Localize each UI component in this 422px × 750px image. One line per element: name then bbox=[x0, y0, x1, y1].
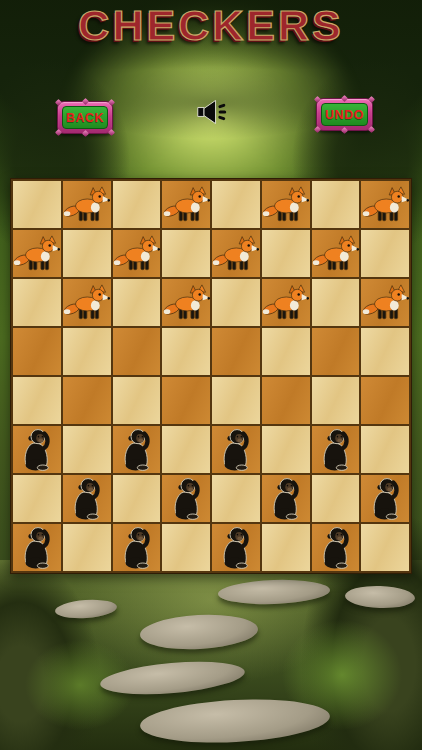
square-r8c8 bbox=[361, 524, 409, 571]
chimp-piece[interactable] bbox=[218, 428, 253, 472]
square-r2c4 bbox=[162, 230, 210, 277]
square-r1c6[interactable] bbox=[262, 181, 310, 228]
button-frame-stud bbox=[341, 95, 348, 102]
square-r5c1 bbox=[13, 377, 61, 424]
square-r1c5 bbox=[212, 181, 260, 228]
app-title: CHECKERS bbox=[0, 0, 422, 50]
chimp-piece[interactable] bbox=[368, 477, 403, 521]
square-r1c3 bbox=[113, 181, 161, 228]
square-r1c8[interactable] bbox=[361, 181, 409, 228]
path-stone bbox=[345, 585, 416, 609]
square-r3c6[interactable] bbox=[262, 279, 310, 326]
button-frame-stud bbox=[108, 129, 115, 136]
square-r8c6 bbox=[262, 524, 310, 571]
button-frame-stud bbox=[55, 99, 62, 106]
button-frame-stud bbox=[55, 129, 62, 136]
fox-piece[interactable] bbox=[163, 185, 210, 224]
square-r6c2 bbox=[63, 426, 111, 473]
speaker-on-icon bbox=[196, 96, 228, 128]
button-frame-stud bbox=[81, 130, 88, 137]
fox-piece[interactable] bbox=[312, 234, 359, 273]
chimp-piece[interactable] bbox=[318, 428, 353, 472]
square-r8c1[interactable] bbox=[13, 524, 61, 571]
board bbox=[10, 178, 412, 574]
square-r6c4 bbox=[162, 426, 210, 473]
chimp-piece[interactable] bbox=[69, 477, 104, 521]
square-r7c6[interactable] bbox=[262, 475, 310, 522]
fox-piece[interactable] bbox=[13, 234, 60, 273]
path-stone bbox=[218, 578, 331, 606]
square-r2c7[interactable] bbox=[312, 230, 360, 277]
square-r7c5 bbox=[212, 475, 260, 522]
chimp-piece[interactable] bbox=[119, 526, 154, 570]
fox-piece[interactable] bbox=[362, 283, 409, 322]
square-r6c3[interactable] bbox=[113, 426, 161, 473]
square-r1c4[interactable] bbox=[162, 181, 210, 228]
square-r1c2[interactable] bbox=[63, 181, 111, 228]
path-stone bbox=[54, 598, 117, 620]
square-r7c4[interactable] bbox=[162, 475, 210, 522]
square-r3c1 bbox=[13, 279, 61, 326]
square-r7c3 bbox=[113, 475, 161, 522]
square-r4c7[interactable] bbox=[312, 328, 360, 375]
square-r2c8 bbox=[361, 230, 409, 277]
square-r1c1 bbox=[13, 181, 61, 228]
square-r5c8[interactable] bbox=[361, 377, 409, 424]
button-frame-stud bbox=[314, 126, 321, 133]
square-r2c6 bbox=[262, 230, 310, 277]
chimp-piece[interactable] bbox=[19, 526, 54, 570]
square-r4c3[interactable] bbox=[113, 328, 161, 375]
undo-button[interactable]: UNDO bbox=[316, 98, 373, 131]
undo-button-panel: UNDO bbox=[321, 103, 368, 126]
square-r7c1 bbox=[13, 475, 61, 522]
chimp-piece[interactable] bbox=[268, 477, 303, 521]
square-r6c7[interactable] bbox=[312, 426, 360, 473]
chimp-piece[interactable] bbox=[318, 526, 353, 570]
square-r4c1[interactable] bbox=[13, 328, 61, 375]
square-r6c1[interactable] bbox=[13, 426, 61, 473]
square-r7c8[interactable] bbox=[361, 475, 409, 522]
square-r8c4 bbox=[162, 524, 210, 571]
back-button-panel: BACK bbox=[62, 106, 108, 129]
square-r4c6 bbox=[262, 328, 310, 375]
back-button[interactable]: BACK bbox=[57, 101, 113, 134]
button-frame-stud bbox=[314, 96, 321, 103]
chimp-piece[interactable] bbox=[19, 428, 54, 472]
square-r3c8[interactable] bbox=[361, 279, 409, 326]
fox-piece[interactable] bbox=[113, 234, 160, 273]
fox-piece[interactable] bbox=[262, 283, 309, 322]
square-r2c3[interactable] bbox=[113, 230, 161, 277]
fox-piece[interactable] bbox=[212, 234, 259, 273]
square-r7c2[interactable] bbox=[63, 475, 111, 522]
undo-button-label: UNDO bbox=[325, 108, 364, 122]
square-r8c7[interactable] bbox=[312, 524, 360, 571]
square-r3c4[interactable] bbox=[162, 279, 210, 326]
square-r4c2 bbox=[63, 328, 111, 375]
chimp-piece[interactable] bbox=[119, 428, 154, 472]
square-r5c2[interactable] bbox=[63, 377, 111, 424]
fox-piece[interactable] bbox=[63, 283, 110, 322]
square-r8c5[interactable] bbox=[212, 524, 260, 571]
square-r6c6 bbox=[262, 426, 310, 473]
fox-piece[interactable] bbox=[262, 185, 309, 224]
sound-button[interactable] bbox=[196, 96, 228, 128]
chimp-piece[interactable] bbox=[169, 477, 204, 521]
square-r3c3 bbox=[113, 279, 161, 326]
square-r5c6[interactable] bbox=[262, 377, 310, 424]
path-stone bbox=[139, 612, 259, 652]
button-frame-stud bbox=[368, 126, 375, 133]
fox-piece[interactable] bbox=[63, 185, 110, 224]
square-r2c1[interactable] bbox=[13, 230, 61, 277]
square-r8c2 bbox=[63, 524, 111, 571]
square-r7c7 bbox=[312, 475, 360, 522]
button-frame-stud bbox=[368, 96, 375, 103]
square-r5c5 bbox=[212, 377, 260, 424]
square-r6c8 bbox=[361, 426, 409, 473]
square-r5c4[interactable] bbox=[162, 377, 210, 424]
square-r1c7 bbox=[312, 181, 360, 228]
button-frame-stud bbox=[81, 98, 88, 105]
app-screen: CHECKERS BACK UNDO bbox=[0, 0, 422, 750]
square-r2c5[interactable] bbox=[212, 230, 260, 277]
square-r5c3 bbox=[113, 377, 161, 424]
square-r3c7 bbox=[312, 279, 360, 326]
path-stone bbox=[139, 695, 331, 747]
fox-piece[interactable] bbox=[362, 185, 409, 224]
square-r8c3[interactable] bbox=[113, 524, 161, 571]
square-r4c5[interactable] bbox=[212, 328, 260, 375]
square-r3c5 bbox=[212, 279, 260, 326]
square-r2c2 bbox=[63, 230, 111, 277]
square-r3c2[interactable] bbox=[63, 279, 111, 326]
chimp-piece[interactable] bbox=[218, 526, 253, 570]
button-frame-stud bbox=[108, 99, 115, 106]
back-button-label: BACK bbox=[66, 111, 104, 125]
square-r4c8 bbox=[361, 328, 409, 375]
square-r5c7 bbox=[312, 377, 360, 424]
square-r4c4 bbox=[162, 328, 210, 375]
fox-piece[interactable] bbox=[163, 283, 210, 322]
button-frame-stud bbox=[341, 127, 348, 134]
path-stone bbox=[99, 657, 246, 700]
square-r6c5[interactable] bbox=[212, 426, 260, 473]
